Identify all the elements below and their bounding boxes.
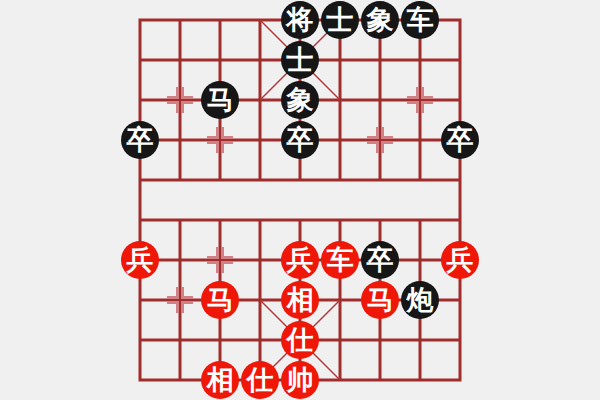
piece-black-elephant[interactable]: 象 [281, 81, 319, 119]
marker-corner [167, 87, 179, 99]
piece-red-horse[interactable]: 马 [201, 281, 239, 319]
marker-corner [207, 127, 219, 139]
piece-black-cannon[interactable]: 炮 [401, 281, 439, 319]
piece-black-soldier[interactable]: 卒 [121, 121, 159, 159]
piece-red-advisor[interactable]: 仕 [241, 361, 279, 399]
piece-black-advisor[interactable]: 士 [321, 1, 359, 39]
marker-corner [367, 127, 379, 139]
marker-corner [207, 247, 219, 259]
marker-corner [367, 141, 379, 153]
piece-black-general[interactable]: 将 [281, 1, 319, 39]
piece-red-general[interactable]: 帅 [281, 361, 319, 399]
piece-black-horse[interactable]: 马 [201, 81, 239, 119]
marker-corner [181, 301, 193, 313]
marker-corner [181, 87, 193, 99]
piece-red-elephant[interactable]: 相 [281, 281, 319, 319]
marker-corner [207, 141, 219, 153]
piece-red-horse[interactable]: 马 [361, 281, 399, 319]
point-marker [200, 240, 240, 280]
point-marker [400, 80, 440, 120]
piece-black-chariot[interactable]: 车 [401, 1, 439, 39]
piece-red-soldier[interactable]: 兵 [121, 241, 159, 279]
piece-red-elephant[interactable]: 相 [201, 361, 239, 399]
piece-red-soldier[interactable]: 兵 [281, 241, 319, 279]
piece-black-soldier[interactable]: 卒 [441, 121, 479, 159]
marker-corner [381, 127, 393, 139]
piece-black-soldier[interactable]: 卒 [281, 121, 319, 159]
piece-black-advisor[interactable]: 士 [281, 41, 319, 79]
piece-red-chariot[interactable]: 车 [321, 241, 359, 279]
piece-red-advisor[interactable]: 仕 [281, 321, 319, 359]
board-grid[interactable]: 将士象车士马象卒卒卒卒炮兵兵车兵马相马仕相仕帅 [120, 0, 480, 400]
marker-corner [167, 301, 179, 313]
marker-corner [421, 101, 433, 113]
marker-corner [221, 141, 233, 153]
marker-corner [421, 87, 433, 99]
marker-corner [407, 87, 419, 99]
marker-corner [221, 127, 233, 139]
xiangqi-board: 将士象车士马象卒卒卒卒炮兵兵车兵马相马仕相仕帅 [0, 0, 600, 400]
point-marker [160, 80, 200, 120]
marker-corner [207, 261, 219, 273]
marker-corner [221, 247, 233, 259]
point-marker [160, 280, 200, 320]
marker-corner [181, 287, 193, 299]
piece-red-soldier[interactable]: 兵 [441, 241, 479, 279]
point-marker [200, 120, 240, 160]
marker-corner [407, 101, 419, 113]
piece-black-soldier[interactable]: 卒 [361, 241, 399, 279]
marker-corner [167, 287, 179, 299]
marker-corner [167, 101, 179, 113]
piece-black-elephant[interactable]: 象 [361, 1, 399, 39]
marker-corner [181, 101, 193, 113]
marker-corner [221, 261, 233, 273]
marker-corner [381, 141, 393, 153]
point-marker [360, 120, 400, 160]
